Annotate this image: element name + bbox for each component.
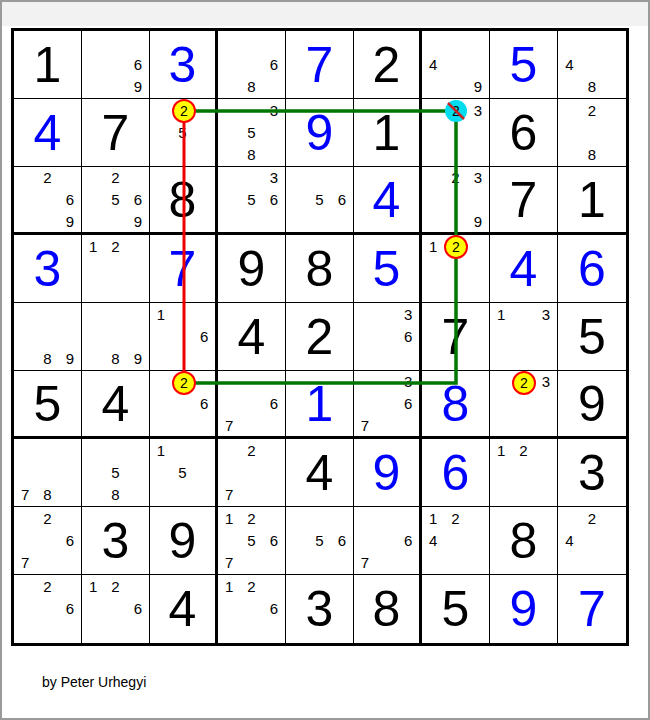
candidate-digit: 8 bbox=[104, 351, 126, 366]
given-digit: 8 bbox=[510, 516, 538, 566]
given-digit: 6 bbox=[510, 108, 538, 158]
cell-r7c4[interactable]: 27 bbox=[218, 439, 286, 507]
cell-r5c1[interactable]: 89 bbox=[14, 303, 82, 371]
cell-r7c6[interactable]: 9 bbox=[354, 439, 422, 507]
candidate-digit: 2 bbox=[36, 579, 58, 594]
cell-r1c9[interactable]: 48 bbox=[558, 31, 626, 99]
cell-r9c2[interactable]: 126 bbox=[82, 575, 150, 643]
cell-r3c4[interactable]: 356 bbox=[218, 167, 286, 235]
cell-r3c6[interactable]: 4 bbox=[354, 167, 422, 235]
candidate-digit: 5 bbox=[172, 125, 194, 140]
cell-r5c4[interactable]: 4 bbox=[218, 303, 286, 371]
cell-r9c5[interactable]: 3 bbox=[286, 575, 354, 643]
cell-r9c6[interactable]: 8 bbox=[354, 575, 422, 643]
cell-r5c6[interactable]: 36 bbox=[354, 303, 422, 371]
candidate-digit: 8 bbox=[581, 147, 604, 162]
candidate-digit: 9 bbox=[127, 79, 149, 94]
given-digit: 8 bbox=[306, 244, 334, 294]
candidate-digit: 1 bbox=[218, 579, 240, 594]
given-digit: 8 bbox=[373, 584, 401, 634]
candidate-digit: 1 bbox=[82, 579, 104, 594]
candidate-digit: 6 bbox=[263, 57, 285, 72]
sudoku-grid: 1693687249548475358913628269256983565642… bbox=[14, 31, 626, 643]
candidate-digit: 2 bbox=[581, 511, 604, 526]
cell-r1c6[interactable]: 2 bbox=[354, 31, 422, 99]
cell-r4c1[interactable]: 3 bbox=[14, 235, 82, 303]
candidate-digit: 3 bbox=[397, 307, 419, 322]
cell-r7c9[interactable]: 3 bbox=[558, 439, 626, 507]
candidate-digit: 3 bbox=[535, 374, 557, 389]
cell-r3c2[interactable]: 2569 bbox=[82, 167, 150, 235]
candidate-digit: 8 bbox=[240, 147, 262, 162]
candidate-digit: 2 bbox=[240, 579, 262, 594]
solved-digit: 6 bbox=[578, 244, 606, 294]
candidate-digit: 5 bbox=[104, 192, 126, 207]
solved-digit: 3 bbox=[34, 244, 62, 294]
candidate-digit: 6 bbox=[127, 57, 149, 72]
candidate-digit: 4 bbox=[558, 57, 581, 72]
cell-r9c1[interactable]: 26 bbox=[14, 575, 82, 643]
cell-r1c2[interactable]: 69 bbox=[82, 31, 150, 99]
candidate-digit: 6 bbox=[193, 396, 215, 411]
cell-r6c6[interactable]: 367 bbox=[354, 371, 422, 439]
cell-r4c8[interactable]: 4 bbox=[490, 235, 558, 303]
candidate-digit: 6 bbox=[263, 396, 285, 411]
cell-r8c1[interactable]: 267 bbox=[14, 507, 82, 575]
candidate-digit: 8 bbox=[36, 351, 58, 366]
candidate-digit: 6 bbox=[59, 192, 81, 207]
cell-r6c5[interactable]: 1 bbox=[286, 371, 354, 439]
cell-r2c3[interactable]: 5 bbox=[150, 99, 218, 167]
given-digit: 5 bbox=[442, 584, 470, 634]
candidate-digit: 8 bbox=[104, 487, 126, 502]
solved-digit: 6 bbox=[442, 448, 470, 498]
cell-r7c1[interactable]: 78 bbox=[14, 439, 82, 507]
candidate-digit: 4 bbox=[422, 533, 444, 548]
given-digit: 4 bbox=[102, 379, 130, 429]
candidate-digit: 8 bbox=[36, 487, 58, 502]
candidate-digit: 2 bbox=[444, 170, 466, 185]
cell-r6c2[interactable]: 4 bbox=[82, 371, 150, 439]
candidate-digit: 1 bbox=[82, 239, 104, 254]
title-strip bbox=[2, 2, 648, 26]
given-digit: 4 bbox=[306, 448, 334, 498]
cell-r3c7[interactable]: 239 bbox=[422, 167, 490, 235]
candidate-digit: 6 bbox=[397, 396, 419, 411]
candidate-digit: 2 bbox=[512, 443, 534, 458]
candidate-digit: 5 bbox=[104, 465, 126, 480]
cell-r8c2[interactable]: 3 bbox=[82, 507, 150, 575]
cell-r9c9[interactable]: 7 bbox=[558, 575, 626, 643]
solved-digit: 8 bbox=[442, 379, 470, 429]
cell-r2c6[interactable]: 1 bbox=[354, 99, 422, 167]
solved-digit: 1 bbox=[306, 379, 334, 429]
given-digit: 4 bbox=[238, 312, 266, 362]
candidate-digit: 6 bbox=[397, 329, 419, 344]
cell-r8c7[interactable]: 124 bbox=[422, 507, 490, 575]
candidate-digit: 8 bbox=[240, 79, 262, 94]
candidate-digit: 1 bbox=[422, 239, 444, 254]
cell-r4c3[interactable]: 7 bbox=[150, 235, 218, 303]
given-digit: 8 bbox=[169, 175, 197, 225]
given-digit: 4 bbox=[169, 584, 197, 634]
given-digit: 5 bbox=[34, 379, 62, 429]
solved-digit: 7 bbox=[578, 584, 606, 634]
given-digit: 7 bbox=[442, 312, 470, 362]
cell-r4c4[interactable]: 9 bbox=[218, 235, 286, 303]
solved-digit: 5 bbox=[510, 40, 538, 90]
candidate-digit: 5 bbox=[308, 533, 330, 548]
cell-r7c7[interactable]: 6 bbox=[422, 439, 490, 507]
candidate-digit: 1 bbox=[218, 511, 240, 526]
cell-r1c3[interactable]: 3 bbox=[150, 31, 218, 99]
cell-r3c3[interactable]: 8 bbox=[150, 167, 218, 235]
cell-r1c8[interactable]: 5 bbox=[490, 31, 558, 99]
candidate-digit: 2 bbox=[240, 443, 262, 458]
cell-r4c6[interactable]: 5 bbox=[354, 235, 422, 303]
candidate-digit: 1 bbox=[422, 511, 444, 526]
cell-r2c4[interactable]: 358 bbox=[218, 99, 286, 167]
cell-r7c8[interactable]: 12 bbox=[490, 439, 558, 507]
cell-r1c5[interactable]: 7 bbox=[286, 31, 354, 99]
cell-r8c4[interactable]: 12567 bbox=[218, 507, 286, 575]
candidate-digit: 6 bbox=[263, 533, 285, 548]
cell-r6c8[interactable]: 3 bbox=[490, 371, 558, 439]
candidate-digit: 9 bbox=[59, 214, 81, 229]
cell-r6c1[interactable]: 5 bbox=[14, 371, 82, 439]
cell-r1c4[interactable]: 68 bbox=[218, 31, 286, 99]
cell-r3c8[interactable]: 7 bbox=[490, 167, 558, 235]
given-digit: 9 bbox=[238, 244, 266, 294]
cell-r9c7[interactable]: 5 bbox=[422, 575, 490, 643]
solved-digit: 3 bbox=[169, 40, 197, 90]
candidate-digit: 4 bbox=[422, 57, 444, 72]
cell-r8c3[interactable]: 9 bbox=[150, 507, 218, 575]
candidate-digit: 9 bbox=[467, 214, 489, 229]
candidate-digit: 5 bbox=[308, 192, 330, 207]
candidate-digit: 7 bbox=[354, 555, 376, 570]
candidate-digit: 2 bbox=[104, 170, 126, 185]
solved-digit: 4 bbox=[34, 108, 62, 158]
sudoku-board: 1693687249548475358913628269256983565642… bbox=[11, 28, 629, 646]
solved-digit: 9 bbox=[306, 108, 334, 158]
cell-r5c5[interactable]: 2 bbox=[286, 303, 354, 371]
candidate-digit: 5 bbox=[172, 465, 194, 480]
solved-digit: 4 bbox=[373, 175, 401, 225]
given-digit: 3 bbox=[578, 448, 606, 498]
cell-r2c7[interactable]: 3 bbox=[422, 99, 490, 167]
candidate-digit: 2 bbox=[36, 170, 58, 185]
candidate-digit: 1 bbox=[490, 443, 512, 458]
cell-r4c7[interactable]: 1 bbox=[422, 235, 490, 303]
cell-r7c3[interactable]: 15 bbox=[150, 439, 218, 507]
candidate-digit: 7 bbox=[14, 555, 36, 570]
cell-r5c2[interactable]: 89 bbox=[82, 303, 150, 371]
candidate-digit: 3 bbox=[535, 307, 557, 322]
cell-r7c2[interactable]: 58 bbox=[82, 439, 150, 507]
cell-r8c5[interactable]: 56 bbox=[286, 507, 354, 575]
candidate-digit: 3 bbox=[467, 103, 489, 118]
cell-r6c4[interactable]: 67 bbox=[218, 371, 286, 439]
candidate-digit: 5 bbox=[240, 192, 262, 207]
candidate-digit: 2 bbox=[104, 239, 126, 254]
given-digit: 7 bbox=[510, 175, 538, 225]
candidate-digit: 9 bbox=[59, 351, 81, 366]
candidate-digit: 9 bbox=[467, 79, 489, 94]
candidate-digit: 6 bbox=[127, 192, 149, 207]
candidate-digit: 3 bbox=[467, 170, 489, 185]
candidate-digit: 6 bbox=[193, 329, 215, 344]
solved-digit: 7 bbox=[169, 244, 197, 294]
solved-digit: 4 bbox=[510, 244, 538, 294]
cell-r7c5[interactable]: 4 bbox=[286, 439, 354, 507]
candidate-digit: 2 bbox=[240, 511, 262, 526]
candidate-digit: 7 bbox=[218, 555, 240, 570]
candidate-digit: 2 bbox=[36, 511, 58, 526]
candidate-digit: 3 bbox=[263, 170, 285, 185]
candidate-digit: 1 bbox=[150, 443, 172, 458]
given-digit: 5 bbox=[578, 312, 606, 362]
candidate-digit: 9 bbox=[127, 351, 149, 366]
given-digit: 1 bbox=[578, 175, 606, 225]
cell-r3c9[interactable]: 1 bbox=[558, 167, 626, 235]
cell-r6c9[interactable]: 9 bbox=[558, 371, 626, 439]
cell-r2c9[interactable]: 28 bbox=[558, 99, 626, 167]
cell-r9c4[interactable]: 126 bbox=[218, 575, 286, 643]
candidate-digit: 6 bbox=[263, 192, 285, 207]
candidate-digit: 7 bbox=[354, 418, 376, 433]
cell-r2c2[interactable]: 7 bbox=[82, 99, 150, 167]
given-digit: 7 bbox=[102, 108, 130, 158]
candidate-digit: 6 bbox=[59, 533, 81, 548]
cell-r4c2[interactable]: 12 bbox=[82, 235, 150, 303]
solved-digit: 5 bbox=[373, 244, 401, 294]
candidate-digit: 6 bbox=[331, 533, 353, 548]
cell-r8c6[interactable]: 67 bbox=[354, 507, 422, 575]
candidate-digit: 2 bbox=[444, 511, 466, 526]
solved-digit: 9 bbox=[510, 584, 538, 634]
given-digit: 2 bbox=[373, 40, 401, 90]
cell-r5c3[interactable]: 16 bbox=[150, 303, 218, 371]
candidate-digit: 6 bbox=[263, 601, 285, 616]
given-digit: 9 bbox=[578, 379, 606, 429]
cell-r3c5[interactable]: 56 bbox=[286, 167, 354, 235]
cell-r9c8[interactable]: 9 bbox=[490, 575, 558, 643]
candidate-digit: 7 bbox=[218, 418, 240, 433]
cell-r8c9[interactable]: 24 bbox=[558, 507, 626, 575]
cell-r4c9[interactable]: 6 bbox=[558, 235, 626, 303]
cell-r3c1[interactable]: 269 bbox=[14, 167, 82, 235]
cell-r5c7[interactable]: 7 bbox=[422, 303, 490, 371]
candidate-digit: 2 bbox=[581, 103, 604, 118]
candidate-digit: 1 bbox=[150, 307, 172, 322]
given-digit: 1 bbox=[373, 108, 401, 158]
candidate-digit: 6 bbox=[397, 533, 419, 548]
cell-r2c5[interactable]: 9 bbox=[286, 99, 354, 167]
solved-digit: 7 bbox=[306, 40, 334, 90]
cell-r6c7[interactable]: 8 bbox=[422, 371, 490, 439]
candidate-digit: 7 bbox=[14, 487, 36, 502]
cell-r2c8[interactable]: 6 bbox=[490, 99, 558, 167]
candidate-digit: 6 bbox=[127, 601, 149, 616]
candidate-digit: 2 bbox=[104, 579, 126, 594]
given-digit: 3 bbox=[102, 516, 130, 566]
candidate-digit: 3 bbox=[397, 374, 419, 389]
cell-r1c1[interactable]: 1 bbox=[14, 31, 82, 99]
cell-r4c5[interactable]: 8 bbox=[286, 235, 354, 303]
candidate-digit: 6 bbox=[331, 192, 353, 207]
cell-r6c3[interactable]: 6 bbox=[150, 371, 218, 439]
cell-r1c7[interactable]: 49 bbox=[422, 31, 490, 99]
candidate-digit: 5 bbox=[240, 533, 262, 548]
cell-r5c9[interactable]: 5 bbox=[558, 303, 626, 371]
cell-r5c8[interactable]: 13 bbox=[490, 303, 558, 371]
author-credit: by Peter Urhegyi bbox=[42, 674, 146, 690]
given-digit: 3 bbox=[306, 584, 334, 634]
candidate-digit: 5 bbox=[240, 125, 262, 140]
cell-r2c1[interactable]: 4 bbox=[14, 99, 82, 167]
solved-digit: 9 bbox=[373, 448, 401, 498]
candidate-digit: 7 bbox=[218, 487, 240, 502]
candidate-digit: 3 bbox=[263, 103, 285, 118]
given-digit: 2 bbox=[306, 312, 334, 362]
given-digit: 9 bbox=[169, 516, 197, 566]
given-digit: 1 bbox=[34, 40, 62, 90]
cell-r9c3[interactable]: 4 bbox=[150, 575, 218, 643]
candidate-digit: 4 bbox=[558, 533, 581, 548]
candidate-digit: 8 bbox=[581, 79, 604, 94]
cell-r8c8[interactable]: 8 bbox=[490, 507, 558, 575]
candidate-digit: 6 bbox=[59, 601, 81, 616]
candidate-digit: 1 bbox=[490, 307, 512, 322]
candidate-digit: 9 bbox=[127, 214, 149, 229]
